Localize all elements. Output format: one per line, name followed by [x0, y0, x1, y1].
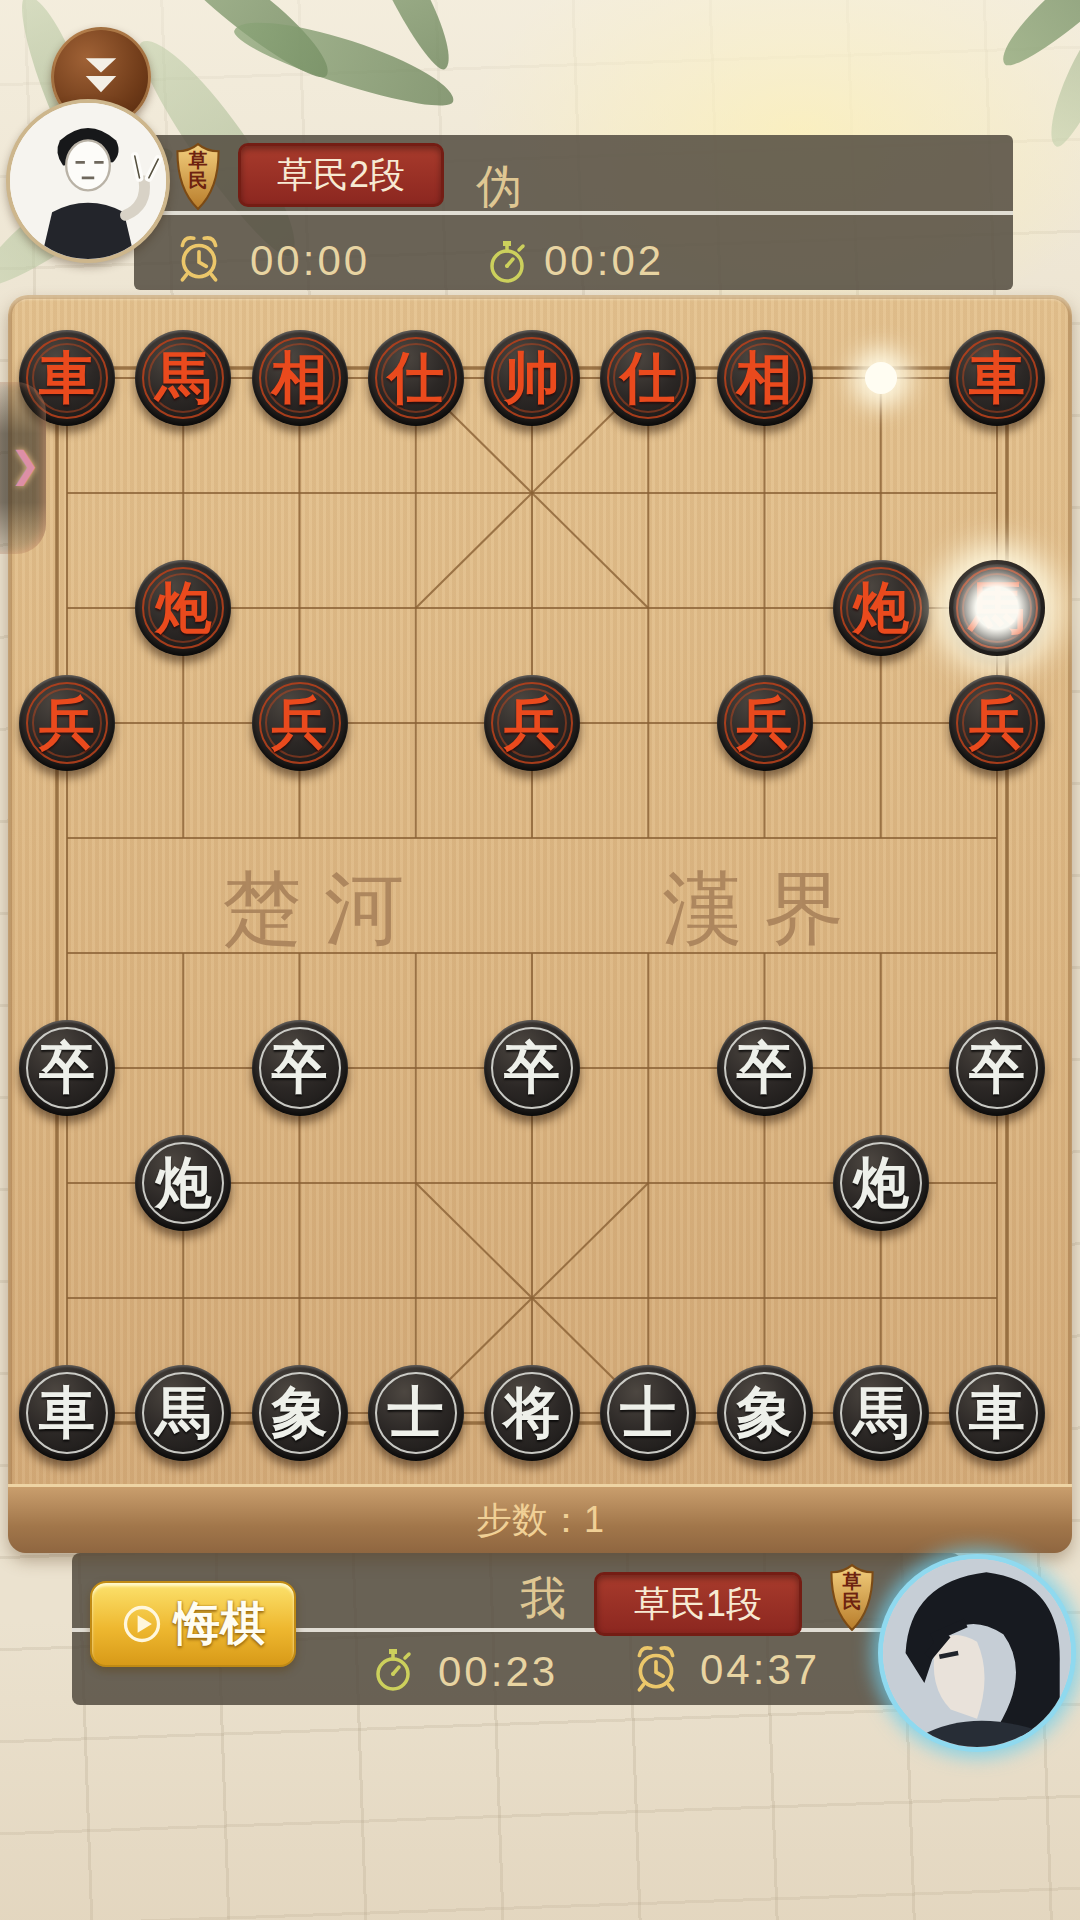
piece-glyph: 卒 — [737, 1040, 793, 1096]
piece-glyph: 馬 — [155, 1385, 211, 1441]
piece-glyph: 炮 — [155, 580, 211, 636]
chevron-right-icon: ❯ — [10, 444, 40, 486]
piece-glyph: 車 — [969, 350, 1025, 406]
piece-glyph: 車 — [969, 1385, 1025, 1441]
rank-badge-icon: 草民 — [174, 141, 222, 213]
piece-black-卒-r6c0[interactable]: 卒 — [19, 1020, 115, 1116]
alarm-clock-icon — [173, 232, 225, 284]
piece-glyph: 兵 — [39, 695, 95, 751]
undo-button-label: 悔棋 — [174, 1593, 266, 1655]
piece-glyph: 卒 — [504, 1040, 560, 1096]
piece-red-炮-r2c7[interactable]: 炮 — [833, 560, 929, 656]
xiangqi-board[interactable]: 步数：1 — [8, 295, 1072, 1553]
step-counter-strip: 步数：1 — [8, 1484, 1072, 1553]
rank-badge-text: 草民 — [843, 1572, 862, 1612]
piece-black-象-r9c2[interactable]: 象 — [252, 1365, 348, 1461]
steps-label: 步数： — [476, 1496, 584, 1545]
rank-badge-icon: 草民 — [828, 1562, 876, 1634]
piece-black-卒-r6c6[interactable]: 卒 — [717, 1020, 813, 1116]
opponent-name: 伪 — [476, 156, 522, 218]
piece-glyph: 帅 — [504, 350, 560, 406]
piece-black-象-r9c6[interactable]: 象 — [717, 1365, 813, 1461]
panel-divider — [134, 211, 1013, 215]
river-text-right: 漢界 — [662, 856, 866, 964]
rank-badge-text: 草民 — [189, 151, 208, 191]
last-move-glow — [953, 564, 1041, 652]
my-name: 我 — [520, 1568, 566, 1630]
piece-glyph: 炮 — [853, 1155, 909, 1211]
stopwatch-icon — [368, 1644, 418, 1696]
piece-red-馬-r0c1[interactable]: 馬 — [135, 330, 231, 426]
piece-glyph: 車 — [39, 1385, 95, 1441]
piece-red-兵-r3c0[interactable]: 兵 — [19, 675, 115, 771]
piece-glyph: 将 — [504, 1385, 560, 1441]
piece-red-帅-r0c4[interactable]: 帅 — [484, 330, 580, 426]
piece-glyph: 士 — [620, 1385, 676, 1441]
my-move-time: 00:23 — [438, 1648, 558, 1696]
piece-glyph: 炮 — [155, 1155, 211, 1211]
my-game-time: 04:37 — [700, 1646, 820, 1694]
piece-red-仕-r0c5[interactable]: 仕 — [600, 330, 696, 426]
piece-black-炮-r7c1[interactable]: 炮 — [135, 1135, 231, 1231]
piece-glyph: 馬 — [853, 1385, 909, 1441]
piece-black-士-r9c3[interactable]: 士 — [368, 1365, 464, 1461]
piece-red-兵-r3c8[interactable]: 兵 — [949, 675, 1045, 771]
piece-black-馬-r9c7[interactable]: 馬 — [833, 1365, 929, 1461]
move-origin-marker — [865, 362, 897, 394]
piece-glyph: 兵 — [504, 695, 560, 751]
piece-black-炮-r7c7[interactable]: 炮 — [833, 1135, 929, 1231]
piece-black-卒-r6c4[interactable]: 卒 — [484, 1020, 580, 1116]
opponent-rank-label: 草民2段 — [277, 151, 405, 200]
piece-glyph: 兵 — [737, 695, 793, 751]
my-rank-label: 草民1段 — [634, 1580, 762, 1629]
opponent-rank-pill: 草民2段 — [238, 143, 444, 207]
game-screen: 草民 草民2段 伪 00:00 00:02 ❯ 步 — [0, 0, 1080, 1920]
piece-black-士-r9c5[interactable]: 士 — [600, 1365, 696, 1461]
piece-red-兵-r3c4[interactable]: 兵 — [484, 675, 580, 771]
piece-glyph: 象 — [272, 1385, 328, 1441]
my-avatar[interactable] — [878, 1554, 1076, 1752]
piece-glyph: 兵 — [969, 695, 1025, 751]
piece-red-相-r0c2[interactable]: 相 — [252, 330, 348, 426]
piece-black-馬-r9c1[interactable]: 馬 — [135, 1365, 231, 1461]
piece-glyph: 相 — [272, 350, 328, 406]
piece-red-兵-r3c2[interactable]: 兵 — [252, 675, 348, 771]
piece-black-車-r9c8[interactable]: 車 — [949, 1365, 1045, 1461]
piece-glyph: 炮 — [853, 580, 909, 636]
piece-glyph: 士 — [388, 1385, 444, 1441]
steps-value: 1 — [584, 1499, 604, 1541]
piece-black-卒-r6c8[interactable]: 卒 — [949, 1020, 1045, 1116]
piece-glyph: 兵 — [272, 695, 328, 751]
opponent-avatar-art — [10, 103, 166, 259]
piece-glyph: 象 — [737, 1385, 793, 1441]
piece-black-車-r9c0[interactable]: 車 — [19, 1365, 115, 1461]
piece-red-相-r0c6[interactable]: 相 — [717, 330, 813, 426]
piece-glyph: 仕 — [388, 350, 444, 406]
river-text-left: 楚河 — [222, 856, 426, 964]
piece-red-兵-r3c6[interactable]: 兵 — [717, 675, 813, 771]
alarm-clock-icon — [630, 1642, 682, 1694]
piece-red-馬-r2c8[interactable]: 馬 — [949, 560, 1045, 656]
piece-black-将-r9c4[interactable]: 将 — [484, 1365, 580, 1461]
piece-glyph: 車 — [39, 350, 95, 406]
piece-red-仕-r0c3[interactable]: 仕 — [368, 330, 464, 426]
opponent-game-time: 00:00 — [250, 237, 370, 285]
piece-glyph: 仕 — [620, 350, 676, 406]
my-avatar-art — [883, 1559, 1071, 1747]
side-panel-handle[interactable]: ❯ — [0, 382, 46, 554]
opponent-avatar[interactable] — [6, 99, 170, 263]
piece-glyph: 卒 — [272, 1040, 328, 1096]
stopwatch-icon — [482, 236, 532, 288]
opponent-move-time: 00:02 — [544, 237, 664, 285]
my-rank-pill: 草民1段 — [594, 1572, 802, 1636]
piece-glyph: 卒 — [969, 1040, 1025, 1096]
piece-glyph: 相 — [737, 350, 793, 406]
undo-button[interactable]: 悔棋 — [90, 1581, 296, 1667]
piece-red-炮-r2c1[interactable]: 炮 — [135, 560, 231, 656]
piece-glyph: 卒 — [39, 1040, 95, 1096]
play-circle-icon — [120, 1602, 164, 1646]
piece-red-車-r0c8[interactable]: 車 — [949, 330, 1045, 426]
piece-glyph: 馬 — [155, 350, 211, 406]
piece-black-卒-r6c2[interactable]: 卒 — [252, 1020, 348, 1116]
